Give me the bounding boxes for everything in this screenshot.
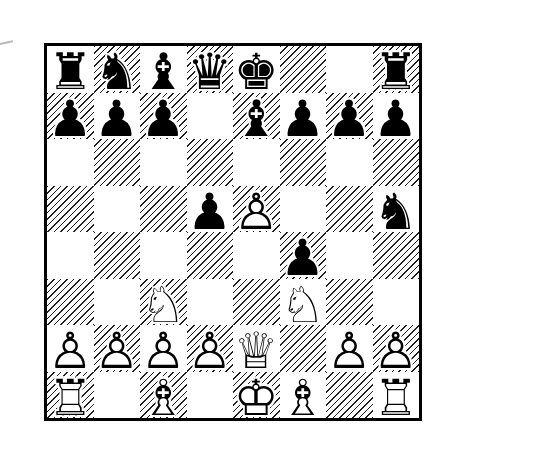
piece-white-pawn: ♟♙ [94, 326, 139, 376]
piece-white-bishop: ♝♗ [280, 373, 325, 423]
square-g4 [326, 232, 373, 279]
square-h4 [373, 232, 420, 279]
square-e6 [233, 139, 280, 186]
square-c4 [140, 232, 187, 279]
square-c6 [140, 139, 187, 186]
square-a7: ♟ [47, 93, 94, 140]
piece-glyph-outline: ♔ [234, 369, 279, 427]
square-c7: ♟ [140, 93, 187, 140]
square-d7 [187, 93, 234, 140]
square-d2: ♟♙ [187, 325, 234, 372]
square-h1: ♜♖ [373, 372, 420, 419]
square-b7: ♟ [94, 93, 141, 140]
square-g3 [326, 279, 373, 326]
square-a8: ♜ [47, 46, 94, 93]
square-b6 [94, 139, 141, 186]
square-f5 [280, 186, 327, 233]
square-e7: ♝ [233, 93, 280, 140]
square-a2: ♟♙ [47, 325, 94, 372]
square-f4: ♟ [280, 232, 327, 279]
square-e3 [233, 279, 280, 326]
square-b8: ♞ [94, 46, 141, 93]
piece-black-knight: ♞ [373, 187, 418, 237]
square-b3 [94, 279, 141, 326]
piece-white-pawn: ♟♙ [327, 326, 372, 376]
square-c8: ♝ [140, 46, 187, 93]
piece-black-pawn: ♟ [48, 94, 93, 144]
piece-black-pawn: ♟ [327, 94, 372, 144]
square-d5: ♟ [187, 186, 234, 233]
square-c1: ♝♗ [140, 372, 187, 419]
piece-white-bishop: ♝♗ [141, 373, 186, 423]
square-b5 [94, 186, 141, 233]
piece-white-rook: ♜♖ [373, 373, 418, 423]
piece-white-knight: ♞♘ [280, 280, 325, 330]
square-a5 [47, 186, 94, 233]
square-d1 [187, 372, 234, 419]
piece-black-pawn: ♟ [280, 94, 325, 144]
square-d8: ♛ [187, 46, 234, 93]
piece-black-pawn: ♟ [94, 94, 139, 144]
square-f7: ♟ [280, 93, 327, 140]
square-f3: ♞♘ [280, 279, 327, 326]
square-f1: ♝♗ [280, 372, 327, 419]
square-h7: ♟ [373, 93, 420, 140]
square-f2 [280, 325, 327, 372]
square-g6 [326, 139, 373, 186]
piece-glyph-outline: ♖ [48, 369, 93, 427]
square-a1: ♜♖ [47, 372, 94, 419]
square-c2: ♟♙ [140, 325, 187, 372]
square-g8 [326, 46, 373, 93]
square-d6 [187, 139, 234, 186]
square-c3: ♞♘ [140, 279, 187, 326]
square-d3 [187, 279, 234, 326]
square-d4 [187, 232, 234, 279]
square-h6 [373, 139, 420, 186]
piece-white-pawn: ♟♙ [187, 326, 232, 376]
square-g5 [326, 186, 373, 233]
piece-black-pawn: ♟ [187, 187, 232, 237]
square-h8: ♜ [373, 46, 420, 93]
piece-glyph-outline: ♗ [280, 369, 325, 427]
piece-white-king: ♚♔ [234, 373, 279, 423]
page: ♜♞♝♛♚♜♟♟♟♝♟♟♟♟♟♙♞♟♞♘♞♘♟♙♟♙♟♙♟♙♛♕♟♙♟♙♜♖♝♗… [0, 0, 537, 465]
square-b2: ♟♙ [94, 325, 141, 372]
piece-glyph-outline: ♗ [141, 369, 186, 427]
square-b4 [94, 232, 141, 279]
square-f8 [280, 46, 327, 93]
square-f6 [280, 139, 327, 186]
square-a6 [47, 139, 94, 186]
square-g1 [326, 372, 373, 419]
square-e1: ♚♔ [233, 372, 280, 419]
square-h2: ♟♙ [373, 325, 420, 372]
square-e8: ♚ [233, 46, 280, 93]
square-e2: ♛♕ [233, 325, 280, 372]
piece-black-pawn: ♟ [373, 94, 418, 144]
chess-board: ♜♞♝♛♚♜♟♟♟♝♟♟♟♟♟♙♞♟♞♘♞♘♟♙♟♙♟♙♟♙♛♕♟♙♟♙♜♖♝♗… [44, 43, 422, 421]
square-e5: ♟♙ [233, 186, 280, 233]
square-a4 [47, 232, 94, 279]
piece-white-pawn: ♟♙ [234, 187, 279, 237]
piece-white-rook: ♜♖ [48, 373, 93, 423]
piece-glyph-outline: ♖ [373, 369, 418, 427]
piece-black-queen: ♛ [187, 47, 232, 97]
square-g7: ♟ [326, 93, 373, 140]
piece-black-pawn: ♟ [141, 94, 186, 144]
square-c5 [140, 186, 187, 233]
piece-black-bishop: ♝ [234, 94, 279, 144]
square-b1 [94, 372, 141, 419]
square-h3 [373, 279, 420, 326]
scan-artifact-line [0, 40, 13, 45]
square-e4 [233, 232, 280, 279]
square-h5: ♞ [373, 186, 420, 233]
square-g2: ♟♙ [326, 325, 373, 372]
square-a3 [47, 279, 94, 326]
